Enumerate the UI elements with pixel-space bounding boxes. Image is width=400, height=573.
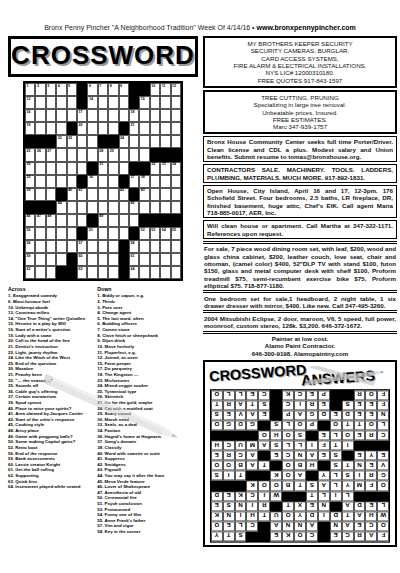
clue-item: 41. Suppress [97,456,198,461]
cell-letter: O [212,462,222,470]
cell-letter: A [355,512,365,520]
grid-cell: T [342,511,354,521]
black-cell [129,83,139,96]
clue-item: 61. Get the ball rolling [8,467,94,472]
cell-letter: A [295,411,305,419]
black-cell [77,96,87,109]
cell-letter: A [236,401,246,409]
cell-letter: H [248,512,258,520]
cell-letter: E [319,452,329,460]
black-cell [171,148,181,161]
grid-cell [129,148,139,161]
cell-number: 53 [151,228,155,232]
grid-cell: 24 [119,135,129,148]
grid-cell [160,253,170,266]
cell-number: 45 [130,201,134,205]
grid-cell: H [270,430,282,440]
grid-cell [129,214,139,227]
grid-cell: C [365,521,377,531]
clue-item: 7. Cameo stone [97,327,198,332]
clue-item: 8. Clove hitch or sheepshank [97,333,198,338]
black-cell [223,481,235,491]
grid-cell [46,188,56,201]
grid-cell: E [318,451,330,461]
black-cell [282,491,294,501]
grid-cell [150,201,160,214]
grid-cell [139,266,149,279]
cell-number: 60 [79,254,83,258]
grid-cell: C [223,440,235,450]
grid-cell: N [223,511,235,521]
cell-letter: C [366,522,376,530]
grid-cell: C [235,451,247,461]
cell-letter: S [343,401,353,409]
grid-cell: 41 [77,188,87,201]
grid-cell: 46 [25,214,35,227]
cell-letter: E [212,452,222,460]
cell-letter: O [295,532,305,540]
cell-letter: A [295,472,305,480]
grid-cell [87,253,97,266]
crossword-title-box: CROSSWORD [8,36,198,77]
grid-cell: O [211,521,223,531]
grid-cell: S [306,481,318,491]
clue-item: 6. Blast-furnace fuel [8,299,94,304]
clue-item: 11. Pluperfect, e.g. [97,350,198,355]
cell-letter: E [366,502,376,510]
grid-cell [46,122,56,135]
grid-cell: S [223,501,235,511]
grid-cell: E [377,451,389,461]
cell-letter: U [236,441,246,449]
grid-cell: 22 [56,135,66,148]
cell-letter: L [331,472,341,480]
grid-cell [108,96,118,109]
grid-cell: E [258,410,270,420]
grid-cell [77,162,87,175]
grid-cell [56,227,66,240]
grid-cell: E [318,400,330,410]
cell-letter: I [224,472,234,480]
black-cell [139,162,149,175]
black-cell [67,122,77,135]
grid-cell [171,253,181,266]
grid-cell [171,201,181,214]
pencil-x-icon [303,366,389,388]
grid-cell: O [294,531,306,541]
grid-cell [67,227,77,240]
cell-letter: O [331,421,341,429]
black-cell [67,266,77,279]
cell-letter: E [271,532,281,540]
grid-cell: F [377,531,389,541]
grid-cell: H [365,511,377,521]
cell-letter: O [259,431,269,439]
cell-letter: C [283,452,293,460]
cell-number: 21 [130,123,134,127]
black-cell [119,240,129,253]
cell-number: 46 [27,214,31,218]
black-cell [35,135,45,148]
grid-cell [139,148,149,161]
clue-item: 50. Some making Capitol gains? [8,439,94,444]
cell-number: 39 [27,188,31,192]
grid-cell [46,266,56,279]
cell-letter: S [212,411,222,419]
grid-cell: T [294,481,306,491]
grid-cell: 28 [98,148,108,161]
grid-cell [77,135,87,148]
grid-cell: A [247,461,259,471]
cell-letter: M [248,441,258,449]
grid-cell: 62 [25,266,35,279]
grid-cell: S [211,410,223,420]
grid-cell: E [306,501,318,511]
grid-cell: 12 [171,83,181,96]
black-cell [247,531,259,541]
grid-cell: 4 [56,83,66,96]
cell-letter: I [259,492,269,500]
black-cell [270,461,282,471]
cell-letter: C [248,522,258,530]
black-cell [129,227,139,240]
grid-cell: 33 [160,162,170,175]
black-cell [247,430,259,440]
cell-number: 52 [141,228,145,232]
cell-number: 50 [27,228,31,232]
grid-cell: N [330,521,342,531]
cell-letter: E [271,452,281,460]
clue-item: 16. Start of a writer's question [8,327,94,332]
grid-cell [150,135,160,148]
cell-letter: O [212,421,222,429]
black-cell [139,214,149,227]
cell-letter: E [224,522,234,530]
cell-number: 51 [89,228,93,232]
cell-number: 55 [172,228,176,232]
grid-cell: L [330,481,342,491]
black-cell [46,135,56,148]
cell-letter: R [307,401,317,409]
grid-cell: E [365,501,377,511]
grid-cell [35,227,45,240]
cell-letter: O [295,421,305,429]
grid-cell [171,122,181,135]
black-cell [330,400,342,410]
clue-item: 10. Unkempt abode [8,305,94,310]
grid-cell [77,201,87,214]
grid-cell: L [342,491,354,501]
ads-list: MY BROTHERS KEEPER SECURITY SECURITY CAM… [203,36,397,358]
cell-letter: E [307,502,317,510]
cell-letter: T [343,421,353,429]
grid-cell: K [247,481,259,491]
clue-item: 59. Bank assessments [8,456,94,461]
black-cell [211,481,223,491]
clue-item: 37. Gang's domain [97,439,198,444]
grid-cell: E [223,521,235,531]
cell-number: 57 [79,241,83,245]
grid-cell: 49 [98,214,108,227]
cell-letter: G [224,421,234,429]
grid-cell: S [270,420,282,430]
grid-cell: 53 [150,227,160,240]
grid-cell [87,109,97,122]
clue-item: 47. Anesthesia of old [97,490,198,495]
cell-letter: E [331,532,341,540]
grid-cell [35,109,45,122]
grid-cell: M [354,481,366,491]
grid-cell: L [223,390,235,400]
cell-letter: N [236,502,246,510]
cell-letter: I [331,492,341,500]
cell-letter: E [259,411,269,419]
grid-cell: C [342,531,354,541]
grid-cell [119,227,129,240]
grid-cell: Y [211,531,223,541]
cell-letter: K [236,492,246,500]
grid-cell: E [247,390,259,400]
black-cell [330,501,342,511]
grid-cell: O [342,430,354,440]
clue-item: 3. Pore over [97,305,198,310]
grid-cell: 23 [67,135,77,148]
cell-letter: L [283,441,293,449]
clue-item: 22. Light, jaunty rhythm [8,350,94,355]
grid-cell: C [258,390,270,400]
grid-cell [35,122,45,135]
grid-cell: M [247,440,259,450]
black-cell [318,531,330,541]
down-list: 1. Biddy or capon, e.g.2. Throb3. Pore o… [97,293,198,534]
cell-letter: A [248,452,258,460]
clue-item: 62. Supporting [8,473,94,478]
clue-item: 19. Lady with a swan [8,333,94,338]
clue-item: 35. Sounds off [8,383,94,388]
masthead-url: www.bronxpennypincher.com [257,24,356,31]
cell-letter: C [259,391,269,399]
grid-cell: 15 [139,96,149,109]
grid-cell: I [223,471,235,481]
grid-cell [35,188,45,201]
grid-cell: 45 [129,201,139,214]
grid-cell [108,109,118,122]
grid-cell [119,109,129,122]
grid-cell: L [318,491,330,501]
grid-cell: T [258,461,270,471]
cell-letter: W [378,512,388,520]
ad-open-house: Open House, City Island, April 16 and 17… [203,185,397,218]
grid-cell [139,253,149,266]
grid-cell: A [306,521,318,531]
cell-letter: K [283,532,293,540]
cell-letter: S [212,472,222,480]
grid-cell: E [211,501,223,511]
cell-letter: F [378,532,388,540]
grid-cell: 34 [171,162,181,175]
grid-cell: E [354,410,366,420]
grid-cell: E [365,410,377,420]
cell-letter: A [343,502,353,510]
cell-letter: D [212,492,222,500]
grid-cell: P [306,420,318,430]
cell-letter: H [212,441,222,449]
grid-cell [46,227,56,240]
masthead: Bronx Penny Pincher "A Neighborhood Trad… [0,24,400,31]
grid-cell: O [223,461,235,471]
cell-number: 2 [37,84,39,88]
cell-letter: U [271,512,281,520]
cell-letter: I [307,441,317,449]
grid-cell: G [377,471,389,481]
grid-cell [160,188,170,201]
grid-cell: 19 [25,122,35,135]
cell-letter: O [283,431,293,439]
grid-cell: 42 [119,188,129,201]
answers-title-word1: CROSSWORD [209,364,307,384]
grid-cell: 10 [150,83,160,96]
cell-number: 20 [79,123,83,127]
grid-cell: A [235,400,247,410]
cell-letter: K [283,391,293,399]
grid-cell: O [282,471,294,481]
grid-cell: C [247,491,259,501]
clue-item: 34. Faction [97,428,198,433]
cell-number: 9 [120,84,122,88]
cell-number: 30 [27,162,31,166]
cell-letter: T [236,472,246,480]
clue-item: 25. End of the question [8,361,94,366]
cell-letter: O [259,482,269,490]
grid-cell: 7 [98,83,108,96]
cell-letter: E [366,462,376,470]
grid-cell [108,188,118,201]
cell-number: 13 [27,97,31,101]
grid-cell [87,135,97,148]
clue-item: 24. Mixed-veggie cooker [97,383,198,388]
grid-cell: 59 [25,253,35,266]
grid-cell: T [211,400,223,410]
grid-cell: C [377,430,389,440]
cell-number: 26 [37,149,41,153]
grid-cell [150,240,160,253]
cell-letter: L [319,492,329,500]
clue-item: 27. Go for the gold, maybe [97,400,198,405]
cell-letter: K [271,472,281,480]
grid-cell: F [318,440,330,450]
clue-item: 41. Area claimed by Jacques Cartier [8,411,94,416]
grid-cell [67,214,77,227]
cell-letter: T [212,401,222,409]
grid-cell [35,175,45,188]
grid-cell: G [306,410,318,420]
black-cell [25,201,35,214]
grid-cell: S [342,471,354,481]
cell-letter: K [212,512,222,520]
grid-cell: E [318,430,330,440]
black-cell [223,430,235,440]
cell-letter: I [248,502,258,510]
cell-number: 8 [110,84,112,88]
cell-letter: Y [295,512,305,520]
grid-cell [98,266,108,279]
grid-cell: 2 [35,83,45,96]
grid-cell: 54 [160,227,170,240]
black-cell [258,531,270,541]
cell-letter: D [319,411,329,419]
black-cell [342,451,354,461]
black-cell [160,148,170,161]
cell-number: 41 [79,188,83,192]
cell-letter: Y [343,482,353,490]
masthead-text: Bronx Penny Pincher "A Neighborhood Trad… [44,24,254,31]
grid-cell: O [294,420,306,430]
cell-letter: B [295,462,305,470]
clue-item: 17. Do parquetry [97,366,198,371]
cell-number: 5 [68,84,70,88]
black-cell [35,201,45,214]
grid-cell: N [354,461,366,471]
grid-cell: 52 [139,227,149,240]
cell-letter: V [378,462,388,470]
grid-cell [160,96,170,109]
black-cell [306,471,318,481]
cell-number: 28 [99,149,103,153]
black-cell [119,266,129,279]
grid-cell: O [282,511,294,521]
grid-cell: U [235,440,247,450]
cell-number: 37 [130,175,134,179]
grid-cell: 9 [119,83,129,96]
grid-cell [98,201,108,214]
grid-cell: W [377,511,389,521]
cell-number: 62 [27,267,31,271]
cell-letter: A [248,462,258,470]
clue-item: 49. Game with pingpong balls? [8,434,94,439]
clue-item: 36. Hagrid's home at Hogwarts [97,434,198,439]
black-cell [318,461,330,471]
grid-cell: 44 [56,201,66,214]
cell-letter: T [295,482,305,490]
grid-cell: E [270,531,282,541]
cell-number: 10 [151,84,155,88]
cell-letter: A [259,441,269,449]
grid-cell: K [270,471,282,481]
grid-cell [56,240,66,253]
grid-cell [139,122,149,135]
grid-cell [56,148,66,161]
answers-grid-rotated: FARCECOKESTYOCEANANNACLEOWHATDIDYOUTHINK… [207,389,393,542]
cell-number: 54 [162,228,166,232]
grid-cell [108,214,118,227]
grid-cell [35,240,45,253]
cell-letter: O [212,522,222,530]
grid-cell [150,253,160,266]
black-cell [235,430,247,440]
cell-letter: P [319,391,329,399]
grid-cell [160,240,170,253]
grid-cell: E [354,400,366,410]
black-cell [108,135,118,148]
cell-letter: B [236,462,246,470]
clue-item: 21. Dentist's instruction [8,344,94,349]
cell-letter: E [319,401,329,409]
grid-cell: R [258,501,270,511]
clue-item: 23. Misfortunes [97,378,198,383]
clue-item: 10. Move furtively [97,344,198,349]
grid-cell: E [211,451,223,461]
cell-letter: I [343,441,353,449]
